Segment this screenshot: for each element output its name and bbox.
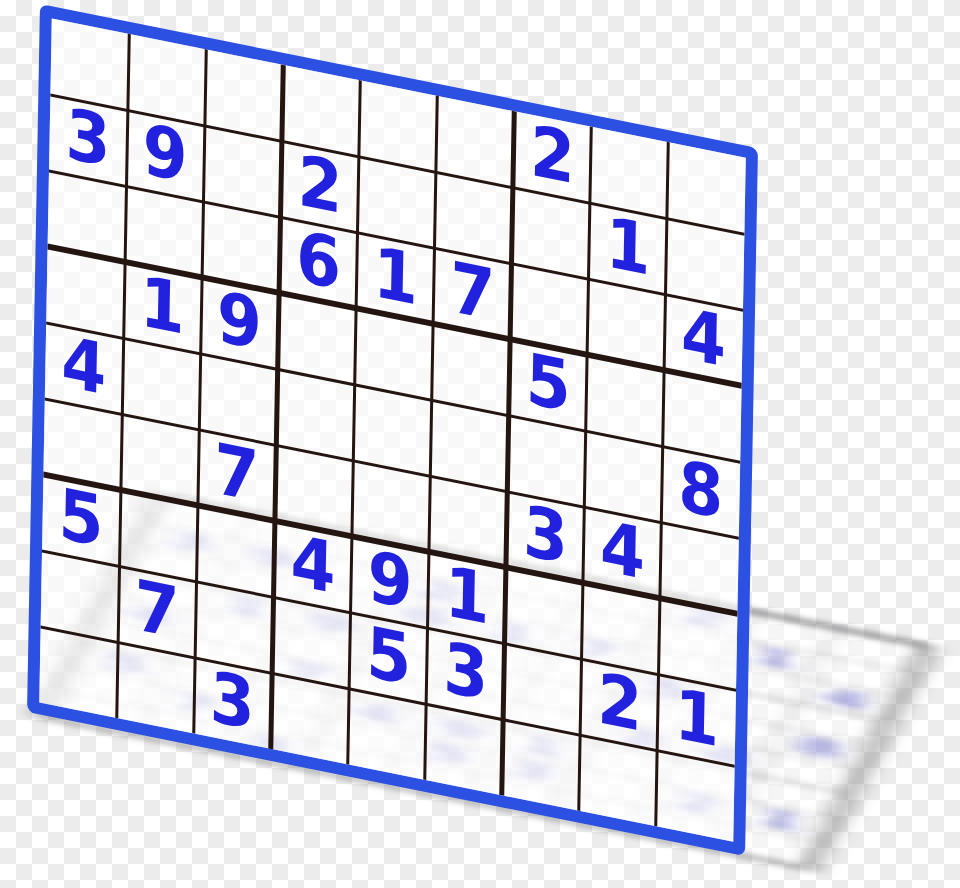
given-digit: 1 [139,266,185,349]
cell-r9c6[interactable] [425,704,504,795]
given-digit: 4 [599,511,645,594]
given-digit: 8 [678,450,724,533]
cell-r9c1[interactable] [39,626,118,717]
given-digit: 7 [214,434,260,517]
sudoku-grid: 239216174195487345491753213 [39,18,746,841]
cell-r9c3[interactable]: 3 [193,657,272,748]
given-digit: 6 [295,221,341,304]
given-digit: 7 [449,252,495,335]
given-digit: 9 [217,282,263,365]
cell-r9c7[interactable] [502,719,581,810]
given-digit: 9 [142,114,188,197]
sudoku-board: 239216174195487345491753213 [27,4,758,856]
given-digit: 4 [61,327,107,410]
cell-r9c2[interactable] [116,642,195,733]
given-digit: 2 [597,663,643,746]
given-digit: 4 [681,298,727,381]
given-digit: 3 [442,632,488,715]
given-digit: 1 [674,678,720,761]
given-digit: 3 [522,496,568,579]
given-digit: 5 [58,479,104,562]
cell-r9c8[interactable] [579,735,658,826]
given-digit: 1 [372,237,418,320]
given-digit: 2 [529,116,575,199]
given-digit: 1 [605,207,651,290]
given-digit: 4 [290,525,336,608]
given-digit: 5 [365,617,411,700]
given-digit: 3 [210,662,256,745]
given-digit: 7 [134,570,180,653]
given-digit: 3 [65,99,111,182]
canvas-background: 239216174195487345491753213 239216174195… [0,0,960,888]
given-digit: 5 [525,344,571,427]
cell-r9c9[interactable] [656,750,735,841]
cell-r9c4[interactable] [271,673,350,764]
cell-r9c5[interactable] [348,688,427,779]
